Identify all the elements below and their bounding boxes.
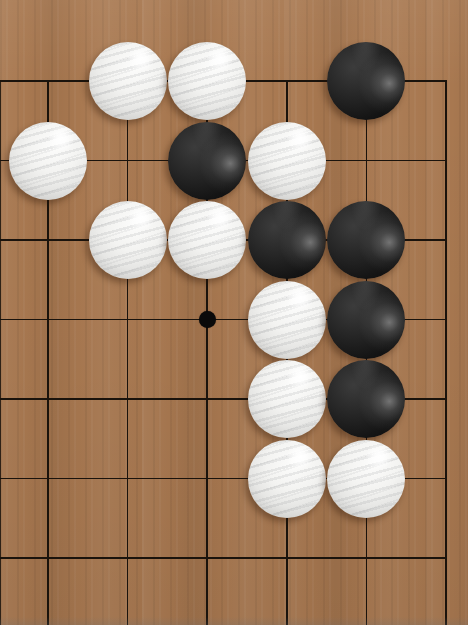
black-stone[interactable] [248,201,326,279]
black-stone[interactable] [168,122,246,200]
go-board[interactable] [0,0,468,625]
board-left-edge-line [0,80,1,625]
star-point-hoshi [199,311,216,328]
black-stone[interactable] [327,360,405,438]
white-stone[interactable] [248,360,326,438]
grid-line-vertical [127,80,129,625]
white-stone[interactable] [168,42,246,120]
black-stone[interactable] [327,42,405,120]
white-stone[interactable] [89,42,167,120]
white-stone[interactable] [248,281,326,359]
white-stone[interactable] [9,122,87,200]
grid-line-vertical [445,80,447,625]
white-stone[interactable] [168,201,246,279]
white-stone[interactable] [248,440,326,518]
white-stone[interactable] [89,201,167,279]
black-stone[interactable] [327,281,405,359]
grid-line-horizontal [0,557,447,559]
white-stone[interactable] [327,440,405,518]
white-stone[interactable] [248,122,326,200]
black-stone[interactable] [327,201,405,279]
screenshot-root [0,0,468,625]
